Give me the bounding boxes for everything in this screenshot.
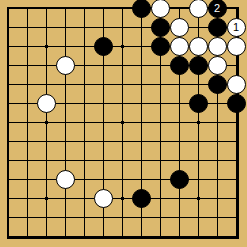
intersection-3-4[interactable] — [56, 75, 75, 94]
white-stone — [151, 0, 170, 18]
intersection-1-0[interactable] — [18, 0, 37, 18]
intersection-9-10[interactable] — [170, 189, 189, 208]
intersection-0-10[interactable] — [0, 189, 18, 208]
intersection-7-2[interactable] — [132, 37, 151, 56]
intersection-9-12[interactable] — [170, 227, 189, 246]
intersection-7-5[interactable] — [132, 94, 151, 113]
black-stone — [170, 56, 189, 75]
intersection-9-0[interactable] — [170, 0, 189, 18]
intersection-0-12[interactable] — [0, 227, 18, 246]
intersection-11-0[interactable]: 2 — [208, 0, 227, 18]
black-stone — [151, 37, 170, 56]
go-board-screenshot: 21 — [0, 0, 247, 247]
intersection-7-1[interactable] — [132, 18, 151, 37]
intersection-2-10[interactable] — [37, 189, 56, 208]
intersection-6-11[interactable] — [113, 208, 132, 227]
intersection-7-12[interactable] — [132, 227, 151, 246]
intersection-2-12[interactable] — [37, 227, 56, 246]
intersection-2-8[interactable] — [37, 151, 56, 170]
go-board[interactable]: 21 — [0, 0, 247, 247]
intersection-1-11[interactable] — [18, 208, 37, 227]
intersection-0-5[interactable] — [0, 94, 18, 113]
intersection-11-2[interactable] — [208, 37, 227, 56]
intersection-5-10[interactable] — [94, 189, 113, 208]
white-stone — [170, 37, 189, 56]
intersection-4-7[interactable] — [75, 132, 94, 151]
intersection-10-2[interactable] — [189, 37, 208, 56]
intersection-3-5[interactable] — [56, 94, 75, 113]
white-stone — [227, 37, 246, 56]
intersection-2-11[interactable] — [37, 208, 56, 227]
intersection-0-2[interactable] — [0, 37, 18, 56]
intersection-6-4[interactable] — [113, 75, 132, 94]
intersection-11-8[interactable] — [208, 151, 227, 170]
intersection-8-1[interactable] — [151, 18, 170, 37]
intersection-7-3[interactable] — [132, 56, 151, 75]
white-stone — [208, 37, 227, 56]
intersection-9-8[interactable] — [170, 151, 189, 170]
move-number-label: 1 — [233, 22, 239, 33]
intersection-7-10[interactable] — [132, 189, 151, 208]
intersection-9-9[interactable] — [170, 170, 189, 189]
intersection-3-8[interactable] — [56, 151, 75, 170]
intersection-7-9[interactable] — [132, 170, 151, 189]
black-stone — [189, 56, 208, 75]
black-stone — [208, 18, 227, 37]
intersection-5-2[interactable] — [94, 37, 113, 56]
intersection-11-3[interactable] — [208, 56, 227, 75]
intersection-12-3[interactable] — [227, 56, 246, 75]
intersection-1-5[interactable] — [18, 94, 37, 113]
intersection-10-7[interactable] — [189, 132, 208, 151]
intersection-8-6[interactable] — [151, 113, 170, 132]
intersection-12-10[interactable] — [227, 189, 246, 208]
intersection-6-12[interactable] — [113, 227, 132, 246]
intersection-3-9[interactable] — [56, 170, 75, 189]
intersection-7-7[interactable] — [132, 132, 151, 151]
intersection-7-4[interactable] — [132, 75, 151, 94]
intersection-0-9[interactable] — [0, 170, 18, 189]
intersection-11-6[interactable] — [208, 113, 227, 132]
intersection-4-2[interactable] — [75, 37, 94, 56]
intersection-11-5[interactable] — [208, 94, 227, 113]
black-stone — [94, 37, 113, 56]
intersection-4-11[interactable] — [75, 208, 94, 227]
intersection-10-10[interactable] — [189, 189, 208, 208]
intersection-9-7[interactable] — [170, 132, 189, 151]
intersection-2-5[interactable] — [37, 94, 56, 113]
intersection-4-4[interactable] — [75, 75, 94, 94]
intersection-1-4[interactable] — [18, 75, 37, 94]
intersection-6-6[interactable] — [113, 113, 132, 132]
intersection-8-11[interactable] — [151, 208, 170, 227]
intersection-6-8[interactable] — [113, 151, 132, 170]
intersection-3-7[interactable] — [56, 132, 75, 151]
intersection-12-6[interactable] — [227, 113, 246, 132]
intersection-6-2[interactable] — [113, 37, 132, 56]
intersection-0-0[interactable] — [0, 0, 18, 18]
intersection-10-8[interactable] — [189, 151, 208, 170]
intersection-12-9[interactable] — [227, 170, 246, 189]
intersection-10-5[interactable] — [189, 94, 208, 113]
intersection-3-2[interactable] — [56, 37, 75, 56]
intersection-4-1[interactable] — [75, 18, 94, 37]
intersection-8-9[interactable] — [151, 170, 170, 189]
intersection-0-3[interactable] — [0, 56, 18, 75]
intersection-10-6[interactable] — [189, 113, 208, 132]
move-number-label: 2 — [214, 3, 220, 14]
intersection-5-9[interactable] — [94, 170, 113, 189]
intersection-8-4[interactable] — [151, 75, 170, 94]
intersection-11-10[interactable] — [208, 189, 227, 208]
intersection-4-6[interactable] — [75, 113, 94, 132]
intersection-8-3[interactable] — [151, 56, 170, 75]
intersection-1-7[interactable] — [18, 132, 37, 151]
white-stone — [170, 18, 189, 37]
intersection-6-5[interactable] — [113, 94, 132, 113]
intersection-5-5[interactable] — [94, 94, 113, 113]
intersection-5-0[interactable] — [94, 0, 113, 18]
intersection-2-4[interactable] — [37, 75, 56, 94]
intersection-1-6[interactable] — [18, 113, 37, 132]
intersection-0-6[interactable] — [0, 113, 18, 132]
black-stone — [151, 18, 170, 37]
intersection-0-1[interactable] — [0, 18, 18, 37]
black-stone — [189, 94, 208, 113]
intersection-3-0[interactable] — [56, 0, 75, 18]
intersection-6-10[interactable] — [113, 189, 132, 208]
black-stone — [132, 189, 151, 208]
intersection-11-4[interactable] — [208, 75, 227, 94]
intersection-10-4[interactable] — [189, 75, 208, 94]
intersection-12-12[interactable] — [227, 227, 246, 246]
intersection-10-3[interactable] — [189, 56, 208, 75]
white-stone — [56, 56, 75, 75]
intersection-4-3[interactable] — [75, 56, 94, 75]
intersection-5-7[interactable] — [94, 132, 113, 151]
intersection-12-0[interactable] — [227, 0, 246, 18]
intersection-8-5[interactable] — [151, 94, 170, 113]
intersection-2-2[interactable] — [37, 37, 56, 56]
intersection-11-11[interactable] — [208, 208, 227, 227]
intersection-6-3[interactable] — [113, 56, 132, 75]
black-stone — [208, 75, 227, 94]
intersection-12-7[interactable] — [227, 132, 246, 151]
intersection-4-5[interactable] — [75, 94, 94, 113]
intersection-1-12[interactable] — [18, 227, 37, 246]
intersection-9-6[interactable] — [170, 113, 189, 132]
intersection-1-1[interactable] — [18, 18, 37, 37]
black-stone: 2 — [208, 0, 227, 18]
intersection-5-12[interactable] — [94, 227, 113, 246]
intersection-12-5[interactable] — [227, 94, 246, 113]
intersection-10-11[interactable] — [189, 208, 208, 227]
intersection-9-3[interactable] — [170, 56, 189, 75]
intersection-5-3[interactable] — [94, 56, 113, 75]
intersection-5-6[interactable] — [94, 113, 113, 132]
intersection-4-0[interactable] — [75, 0, 94, 18]
intersection-2-9[interactable] — [37, 170, 56, 189]
white-stone — [208, 56, 227, 75]
intersection-5-11[interactable] — [94, 208, 113, 227]
intersection-11-12[interactable] — [208, 227, 227, 246]
intersection-3-11[interactable] — [56, 208, 75, 227]
intersection-2-6[interactable] — [37, 113, 56, 132]
intersection-10-1[interactable] — [189, 18, 208, 37]
intersection-5-4[interactable] — [94, 75, 113, 94]
black-stone — [132, 0, 151, 18]
intersection-8-2[interactable] — [151, 37, 170, 56]
intersection-6-7[interactable] — [113, 132, 132, 151]
intersection-3-10[interactable] — [56, 189, 75, 208]
black-stone — [170, 170, 189, 189]
intersection-12-1[interactable]: 1 — [227, 18, 246, 37]
intersection-3-1[interactable] — [56, 18, 75, 37]
intersection-2-7[interactable] — [37, 132, 56, 151]
intersection-3-3[interactable] — [56, 56, 75, 75]
intersection-8-8[interactable] — [151, 151, 170, 170]
intersection-9-11[interactable] — [170, 208, 189, 227]
intersection-8-10[interactable] — [151, 189, 170, 208]
intersection-3-12[interactable] — [56, 227, 75, 246]
white-stone — [189, 37, 208, 56]
intersection-1-3[interactable] — [18, 56, 37, 75]
intersection-7-6[interactable] — [132, 113, 151, 132]
intersection-2-3[interactable] — [37, 56, 56, 75]
intersection-8-0[interactable] — [151, 0, 170, 18]
intersection-1-10[interactable] — [18, 189, 37, 208]
intersection-10-9[interactable] — [189, 170, 208, 189]
white-stone — [94, 189, 113, 208]
intersection-8-7[interactable] — [151, 132, 170, 151]
intersection-2-0[interactable] — [37, 0, 56, 18]
intersection-7-8[interactable] — [132, 151, 151, 170]
intersection-9-2[interactable] — [170, 37, 189, 56]
white-stone — [227, 75, 246, 94]
intersection-5-8[interactable] — [94, 151, 113, 170]
intersection-10-0[interactable] — [189, 0, 208, 18]
intersection-12-2[interactable] — [227, 37, 246, 56]
intersection-7-0[interactable] — [132, 0, 151, 18]
intersection-12-8[interactable] — [227, 151, 246, 170]
intersection-4-8[interactable] — [75, 151, 94, 170]
white-stone: 1 — [227, 18, 246, 37]
intersection-6-1[interactable] — [113, 18, 132, 37]
intersection-7-11[interactable] — [132, 208, 151, 227]
intersection-5-1[interactable] — [94, 18, 113, 37]
white-stone — [56, 170, 75, 189]
intersection-8-12[interactable] — [151, 227, 170, 246]
intersection-2-1[interactable] — [37, 18, 56, 37]
intersection-9-4[interactable] — [170, 75, 189, 94]
intersection-1-8[interactable] — [18, 151, 37, 170]
intersection-4-12[interactable] — [75, 227, 94, 246]
intersection-0-7[interactable] — [0, 132, 18, 151]
intersection-6-0[interactable] — [113, 0, 132, 18]
intersection-0-8[interactable] — [0, 151, 18, 170]
black-stone — [227, 94, 246, 113]
intersection-3-6[interactable] — [56, 113, 75, 132]
intersection-12-4[interactable] — [227, 75, 246, 94]
intersection-9-1[interactable] — [170, 18, 189, 37]
intersection-6-9[interactable] — [113, 170, 132, 189]
intersection-11-7[interactable] — [208, 132, 227, 151]
intersection-4-10[interactable] — [75, 189, 94, 208]
intersection-10-12[interactable] — [189, 227, 208, 246]
intersection-1-2[interactable] — [18, 37, 37, 56]
intersection-4-9[interactable] — [75, 170, 94, 189]
intersection-1-9[interactable] — [18, 170, 37, 189]
intersection-0-4[interactable] — [0, 75, 18, 94]
intersection-0-11[interactable] — [0, 208, 18, 227]
intersection-11-1[interactable] — [208, 18, 227, 37]
intersection-11-9[interactable] — [208, 170, 227, 189]
intersection-12-11[interactable] — [227, 208, 246, 227]
white-stone — [37, 94, 56, 113]
white-stone — [189, 0, 208, 18]
intersection-grid: 21 — [0, 0, 246, 246]
intersection-9-5[interactable] — [170, 94, 189, 113]
